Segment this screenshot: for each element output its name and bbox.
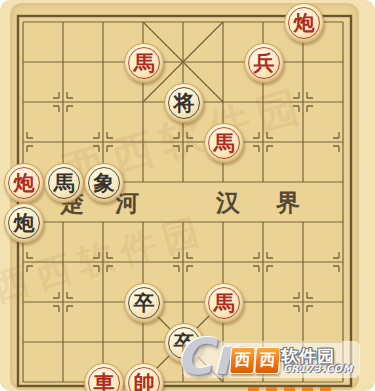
- river-char-han: 汉: [216, 187, 240, 219]
- clipped-orange-mark: [320, 387, 331, 391]
- site-watermark-tile: 西: [229, 347, 256, 374]
- site-watermark-logo: Cr: [176, 332, 237, 382]
- piece-red-兵[interactable]: 兵: [244, 43, 284, 83]
- site-watermark-tile: 西: [254, 347, 281, 374]
- clipped-orange-mark: [302, 387, 313, 391]
- clipped-orange-mark: [284, 387, 295, 391]
- piece-red-炮[interactable]: 炮: [284, 3, 324, 43]
- clipped-orange-mark: [248, 387, 259, 391]
- piece-black-象[interactable]: 象: [84, 163, 124, 203]
- screenshot-root: 西西软件园 西西软件园 楚 河 汉 界 炮馬兵将馬炮馬象炮卒馬卒車帥 Cr 西 …: [0, 0, 375, 391]
- piece-black-卒[interactable]: 卒: [124, 283, 164, 323]
- river-char-jie: 界: [276, 187, 300, 219]
- site-watermark-url: CR173.COM: [283, 363, 353, 374]
- piece-red-馬[interactable]: 馬: [124, 43, 164, 83]
- clipped-orange-mark: [266, 387, 277, 391]
- piece-black-炮[interactable]: 炮: [4, 203, 44, 243]
- piece-red-馬[interactable]: 馬: [204, 123, 244, 163]
- piece-red-馬[interactable]: 馬: [204, 283, 244, 323]
- piece-black-将[interactable]: 将: [164, 83, 204, 123]
- piece-red-炮[interactable]: 炮: [4, 163, 44, 203]
- piece-black-馬[interactable]: 馬: [44, 163, 84, 203]
